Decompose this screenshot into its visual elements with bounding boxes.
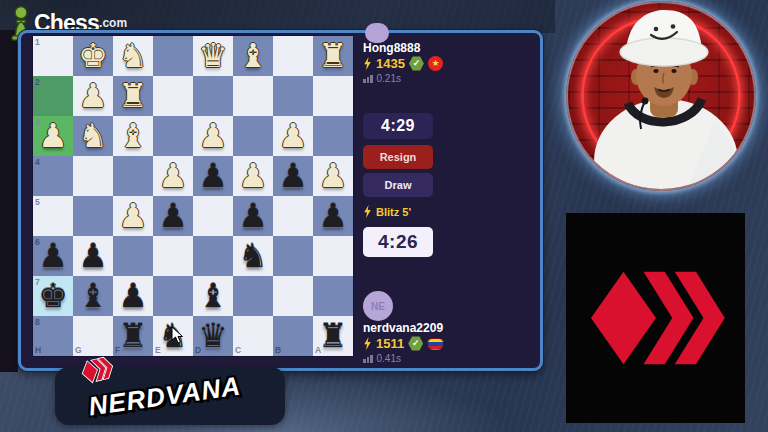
- top-player-connection: 0.21s: [363, 73, 401, 84]
- white-queen-d1[interactable]: ♛: [198, 36, 228, 76]
- square-e5[interactable]: ♟: [153, 196, 193, 236]
- square-f7[interactable]: ♟: [113, 276, 153, 316]
- bottom-player-rating: 1511: [376, 336, 404, 351]
- square-h6[interactable]: 6♟: [33, 236, 73, 276]
- rank-label: 4: [35, 158, 40, 167]
- file-label: D: [195, 346, 201, 355]
- white-bishop-f3[interactable]: ♝: [118, 116, 148, 156]
- black-pawn-f7[interactable]: ♟: [118, 276, 148, 316]
- white-pawn-g2[interactable]: ♟: [78, 76, 108, 116]
- square-d2[interactable]: [193, 76, 233, 116]
- rank-label: 2: [35, 78, 40, 87]
- file-label: A: [315, 346, 321, 355]
- square-h5[interactable]: 5: [33, 196, 73, 236]
- black-pawn-g6[interactable]: ♟: [78, 236, 108, 276]
- black-rook-f8[interactable]: ♜: [118, 316, 148, 356]
- white-pawn-f5[interactable]: ♟: [118, 196, 148, 236]
- top-player-rating: 1435: [376, 56, 405, 71]
- square-b7[interactable]: [273, 276, 313, 316]
- black-pawn-b4[interactable]: ♟: [278, 156, 308, 196]
- square-b6[interactable]: [273, 236, 313, 276]
- square-b5[interactable]: [273, 196, 313, 236]
- square-b1[interactable]: [273, 36, 313, 76]
- square-d4[interactable]: ♟: [193, 156, 233, 196]
- white-pawn-h3[interactable]: ♟: [38, 116, 68, 156]
- square-b4[interactable]: ♟: [273, 156, 313, 196]
- square-f2[interactable]: ♜: [113, 76, 153, 116]
- square-g1[interactable]: ♚: [73, 36, 113, 76]
- file-label: H: [35, 346, 41, 355]
- square-h2[interactable]: 2: [33, 76, 73, 116]
- square-g5[interactable]: [73, 196, 113, 236]
- square-e6[interactable]: [153, 236, 193, 276]
- bottom-player-name[interactable]: nerdvana2209: [363, 321, 443, 335]
- chess-board: 1♚♞♛♝♜2♟♜3♟♞♝♟♟4♟♟♟♟♟5♟♟♟♟6♟♟♞7♚♝♟♝8HGF♜…: [33, 36, 353, 356]
- file-label: G: [75, 346, 82, 355]
- square-a6[interactable]: [313, 236, 353, 276]
- black-rook-a8[interactable]: ♜: [318, 316, 348, 356]
- blitz-bolt-icon: [363, 337, 372, 350]
- square-a2[interactable]: [313, 76, 353, 116]
- left-edge-band: [0, 30, 18, 372]
- file-label: E: [155, 346, 161, 355]
- venezuela-flag-icon: [427, 338, 444, 350]
- square-a3[interactable]: [313, 116, 353, 156]
- black-pawn-c5[interactable]: ♟: [238, 196, 268, 236]
- white-pawn-c4[interactable]: ♟: [238, 156, 268, 196]
- square-f3[interactable]: ♝: [113, 116, 153, 156]
- square-e2[interactable]: [153, 76, 193, 116]
- black-pawn-a5[interactable]: ♟: [318, 196, 348, 236]
- rank-label: 8: [35, 318, 40, 327]
- rank-label: 1: [35, 38, 40, 47]
- bottom-player-clock: 4:26: [363, 227, 433, 257]
- square-b8[interactable]: B: [273, 316, 313, 356]
- game-mode-label: Blitz 5': [363, 205, 411, 218]
- signal-bars-icon: [363, 75, 373, 83]
- square-g3[interactable]: ♞: [73, 116, 113, 156]
- white-king-g1[interactable]: ♚: [78, 36, 108, 76]
- resign-button[interactable]: Resign: [363, 145, 433, 169]
- black-bishop-d7[interactable]: ♝: [198, 276, 228, 316]
- stream-frame: Chess .com 1♚♞♛♝♜2♟♜3♟♞♝♟♟4♟♟♟♟♟5♟♟♟♟6♟♟…: [0, 0, 768, 432]
- verified-badge-icon: [408, 336, 423, 351]
- square-g2[interactable]: ♟: [73, 76, 113, 116]
- game-window: 1♚♞♛♝♜2♟♜3♟♞♝♟♟4♟♟♟♟♟5♟♟♟♟6♟♟♞7♚♝♟♝8HGF♜…: [18, 30, 543, 371]
- white-knight-g3[interactable]: ♞: [78, 116, 108, 156]
- square-g8[interactable]: G: [73, 316, 113, 356]
- square-h8[interactable]: 8H: [33, 316, 73, 356]
- white-pawn-a4[interactable]: ♟: [318, 156, 348, 196]
- brand-tld: .com: [99, 16, 127, 30]
- square-b3[interactable]: ♟: [273, 116, 313, 156]
- black-queen-d8[interactable]: ♛: [198, 316, 228, 356]
- white-rook-f2[interactable]: ♜: [118, 76, 148, 116]
- signal-bars-icon: [363, 355, 373, 363]
- streamer-webcam: [566, 1, 756, 191]
- bottom-player-latency: 0.41s: [377, 353, 401, 364]
- white-knight-f1[interactable]: ♞: [118, 36, 148, 76]
- square-f5[interactable]: ♟: [113, 196, 153, 236]
- square-c7[interactable]: [233, 276, 273, 316]
- top-player-rating-row: 1435: [363, 56, 443, 71]
- square-f1[interactable]: ♞: [113, 36, 153, 76]
- draw-button[interactable]: Draw: [363, 173, 433, 197]
- square-h1[interactable]: 1: [33, 36, 73, 76]
- square-h7[interactable]: 7♚: [33, 276, 73, 316]
- square-a5[interactable]: ♟: [313, 196, 353, 236]
- square-d5[interactable]: [193, 196, 233, 236]
- top-player-clock: 4:29: [363, 113, 433, 139]
- white-rook-a1[interactable]: ♜: [318, 36, 348, 76]
- rank-label: 7: [35, 278, 40, 287]
- square-e4[interactable]: ♟: [153, 156, 193, 196]
- blitz-bolt-icon: [363, 205, 372, 218]
- square-e1[interactable]: [153, 36, 193, 76]
- file-label: F: [115, 346, 120, 355]
- white-bishop-c1[interactable]: ♝: [238, 36, 268, 76]
- rank-label: 5: [35, 198, 40, 207]
- square-c4[interactable]: ♟: [233, 156, 273, 196]
- square-c2[interactable]: [233, 76, 273, 116]
- white-pawn-e4[interactable]: ♟: [158, 156, 188, 196]
- square-c3[interactable]: [233, 116, 273, 156]
- white-pawn-d3[interactable]: ♟: [198, 116, 228, 156]
- square-d7[interactable]: ♝: [193, 276, 233, 316]
- file-label: C: [235, 346, 241, 355]
- square-d6[interactable]: [193, 236, 233, 276]
- bottom-player-rating-row: 1511: [363, 336, 444, 351]
- square-h4[interactable]: 4: [33, 156, 73, 196]
- square-e7[interactable]: [153, 276, 193, 316]
- square-f4[interactable]: [113, 156, 153, 196]
- square-a7[interactable]: [313, 276, 353, 316]
- square-g4[interactable]: [73, 156, 113, 196]
- file-label: B: [275, 346, 281, 355]
- square-g7[interactable]: ♝: [73, 276, 113, 316]
- square-c5[interactable]: ♟: [233, 196, 273, 236]
- square-f8[interactable]: F♜: [113, 316, 153, 356]
- bottom-player-avatar[interactable]: NE: [363, 291, 393, 321]
- top-player-name[interactable]: Hong8888: [363, 41, 420, 55]
- square-c6[interactable]: ♞: [233, 236, 273, 276]
- rank-label: 3: [35, 118, 40, 127]
- square-b2[interactable]: [273, 76, 313, 116]
- black-pawn-d4[interactable]: ♟: [198, 156, 228, 196]
- game-mode-text: Blitz 5': [376, 206, 411, 218]
- square-f6[interactable]: [113, 236, 153, 276]
- square-d1[interactable]: ♛: [193, 36, 233, 76]
- white-pawn-b3[interactable]: ♟: [278, 116, 308, 156]
- square-d3[interactable]: ♟: [193, 116, 233, 156]
- square-c8[interactable]: C: [233, 316, 273, 356]
- square-a4[interactable]: ♟: [313, 156, 353, 196]
- hive-logo-box: [566, 213, 745, 423]
- black-bishop-g7[interactable]: ♝: [78, 276, 108, 316]
- square-a1[interactable]: ♜: [313, 36, 353, 76]
- hive-logo-icon: [581, 255, 731, 381]
- streamer-portrait: [568, 3, 756, 191]
- square-g6[interactable]: ♟: [73, 236, 113, 276]
- square-d8[interactable]: D♛: [193, 316, 233, 356]
- rank-label: 6: [35, 238, 40, 247]
- black-knight-c6[interactable]: ♞: [238, 236, 268, 276]
- bottom-player-connection: 0.41s: [363, 353, 401, 364]
- square-a8[interactable]: A♜: [313, 316, 353, 356]
- mouse-cursor: [171, 326, 184, 344]
- black-king-h7[interactable]: ♚: [38, 276, 68, 316]
- black-pawn-e5[interactable]: ♟: [158, 196, 188, 236]
- square-h3[interactable]: 3♟: [33, 116, 73, 156]
- square-c1[interactable]: ♝: [233, 36, 273, 76]
- flair-star-icon: [428, 56, 443, 71]
- top-player-latency: 0.21s: [377, 73, 401, 84]
- top-player-avatar[interactable]: [365, 23, 389, 43]
- blitz-bolt-icon: [363, 57, 372, 70]
- square-e3[interactable]: [153, 116, 193, 156]
- black-pawn-h6[interactable]: ♟: [38, 236, 68, 276]
- verified-badge-icon: [409, 56, 424, 71]
